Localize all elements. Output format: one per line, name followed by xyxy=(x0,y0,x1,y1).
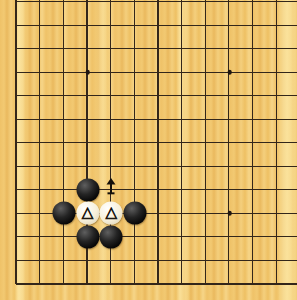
intersection-F11[interactable] xyxy=(122,37,146,61)
intersection-A3[interactable] xyxy=(4,225,28,249)
intersection-B4[interactable] xyxy=(28,201,52,225)
intersection-N2[interactable] xyxy=(288,248,297,272)
intersection-H2[interactable] xyxy=(170,248,194,272)
intersection-A1[interactable] xyxy=(4,272,28,296)
intersection-B12[interactable] xyxy=(28,13,52,37)
intersection-C11[interactable] xyxy=(51,37,75,61)
intersection-G1[interactable] xyxy=(146,272,170,296)
intersection-B7[interactable] xyxy=(28,131,52,155)
intersection-B13[interactable] xyxy=(28,0,52,13)
intersection-F3[interactable] xyxy=(122,225,146,249)
intersection-C2[interactable] xyxy=(51,248,75,272)
intersection-C1[interactable] xyxy=(51,272,75,296)
intersection-G5[interactable] xyxy=(146,178,170,202)
intersection-B3[interactable] xyxy=(28,225,52,249)
intersection-F2[interactable] xyxy=(122,248,146,272)
intersection-N11[interactable] xyxy=(288,37,297,61)
intersection-F1[interactable] xyxy=(122,272,146,296)
intersection-N9[interactable] xyxy=(288,84,297,108)
intersection-D11[interactable] xyxy=(75,37,99,61)
intersection-K13[interactable] xyxy=(217,0,241,13)
intersection-L9[interactable] xyxy=(241,84,265,108)
intersection-J11[interactable] xyxy=(193,37,217,61)
intersection-A5[interactable] xyxy=(4,178,28,202)
intersection-N3[interactable] xyxy=(288,225,297,249)
intersection-J10[interactable] xyxy=(193,60,217,84)
intersection-N4[interactable] xyxy=(288,201,297,225)
intersection-B5[interactable] xyxy=(28,178,52,202)
intersection-N6[interactable] xyxy=(288,154,297,178)
intersection-H13[interactable] xyxy=(170,0,194,13)
black-stone xyxy=(76,178,99,201)
intersection-E6[interactable] xyxy=(99,154,123,178)
intersection-D2[interactable] xyxy=(75,248,99,272)
intersection-B10[interactable] xyxy=(28,60,52,84)
intersection-B2[interactable] xyxy=(28,248,52,272)
intersection-K2[interactable] xyxy=(217,248,241,272)
intersection-A12[interactable] xyxy=(4,13,28,37)
intersection-L13[interactable] xyxy=(241,0,265,13)
intersection-H1[interactable] xyxy=(170,272,194,296)
intersection-J12[interactable] xyxy=(193,13,217,37)
intersection-B11[interactable] xyxy=(28,37,52,61)
intersection-L2[interactable] xyxy=(241,248,265,272)
intersection-G8[interactable] xyxy=(146,107,170,131)
intersection-J2[interactable] xyxy=(193,248,217,272)
intersection-B1[interactable] xyxy=(28,272,52,296)
intersection-G4[interactable] xyxy=(146,201,170,225)
intersection-C6[interactable] xyxy=(51,154,75,178)
intersection-J8[interactable] xyxy=(193,107,217,131)
white-stone: △ xyxy=(76,202,99,225)
intersection-M1[interactable] xyxy=(264,272,288,296)
intersection-L12[interactable] xyxy=(241,13,265,37)
star-point xyxy=(227,211,232,216)
intersection-L3[interactable] xyxy=(241,225,265,249)
intersection-A2[interactable] xyxy=(4,248,28,272)
intersection-H9[interactable] xyxy=(170,84,194,108)
intersection-J13[interactable] xyxy=(193,0,217,13)
intersection-J1[interactable] xyxy=(193,272,217,296)
intersection-N10[interactable] xyxy=(288,60,297,84)
intersection-J9[interactable] xyxy=(193,84,217,108)
intersection-K12[interactable] xyxy=(217,13,241,37)
intersection-C5[interactable] xyxy=(51,178,75,202)
intersection-L5[interactable] xyxy=(241,178,265,202)
intersection-L1[interactable] xyxy=(241,272,265,296)
intersection-A6[interactable] xyxy=(4,154,28,178)
intersection-C9[interactable] xyxy=(51,84,75,108)
intersection-J7[interactable] xyxy=(193,131,217,155)
intersection-G13[interactable] xyxy=(146,0,170,13)
intersection-E7[interactable] xyxy=(99,131,123,155)
intersection-D13[interactable] xyxy=(75,0,99,13)
intersection-D1[interactable] xyxy=(75,272,99,296)
intersection-M3[interactable] xyxy=(264,225,288,249)
star-point xyxy=(227,70,232,75)
intersection-K9[interactable] xyxy=(217,84,241,108)
intersection-A13[interactable] xyxy=(4,0,28,13)
intersection-A4[interactable] xyxy=(4,201,28,225)
intersection-K7[interactable] xyxy=(217,131,241,155)
intersection-C10[interactable] xyxy=(51,60,75,84)
intersection-B8[interactable] xyxy=(28,107,52,131)
intersection-H7[interactable] xyxy=(170,131,194,155)
intersection-F12[interactable] xyxy=(122,13,146,37)
intersection-G11[interactable] xyxy=(146,37,170,61)
intersection-K3[interactable] xyxy=(217,225,241,249)
intersection-E12[interactable] xyxy=(99,13,123,37)
intersection-H3[interactable] xyxy=(170,225,194,249)
intersection-N12[interactable] xyxy=(288,13,297,37)
intersection-M4[interactable] xyxy=(264,201,288,225)
intersection-J6[interactable] xyxy=(193,154,217,178)
intersection-E13[interactable] xyxy=(99,0,123,13)
intersection-L8[interactable] xyxy=(241,107,265,131)
intersection-F9[interactable] xyxy=(122,84,146,108)
intersection-N1[interactable] xyxy=(288,272,297,296)
intersection-M7[interactable] xyxy=(264,131,288,155)
intersection-F6[interactable] xyxy=(122,154,146,178)
intersection-A8[interactable] xyxy=(4,107,28,131)
intersection-M9[interactable] xyxy=(264,84,288,108)
board-grid xyxy=(4,0,297,295)
intersection-M11[interactable] xyxy=(264,37,288,61)
intersection-A7[interactable] xyxy=(4,131,28,155)
intersection-F5[interactable] xyxy=(122,178,146,202)
intersection-J4[interactable] xyxy=(193,201,217,225)
intersection-E10[interactable] xyxy=(99,60,123,84)
intersection-B9[interactable] xyxy=(28,84,52,108)
intersection-K6[interactable] xyxy=(217,154,241,178)
intersection-M2[interactable] xyxy=(264,248,288,272)
black-stone xyxy=(100,225,123,248)
intersection-H10[interactable] xyxy=(170,60,194,84)
intersection-N8[interactable] xyxy=(288,107,297,131)
intersection-D6[interactable] xyxy=(75,154,99,178)
intersection-D8[interactable] xyxy=(75,107,99,131)
intersection-G6[interactable] xyxy=(146,154,170,178)
intersection-G3[interactable] xyxy=(146,225,170,249)
intersection-F7[interactable] xyxy=(122,131,146,155)
arrow-up-marker xyxy=(105,178,117,200)
intersection-L7[interactable] xyxy=(241,131,265,155)
intersection-E2[interactable] xyxy=(99,248,123,272)
intersection-N5[interactable] xyxy=(288,178,297,202)
intersection-G10[interactable] xyxy=(146,60,170,84)
intersection-H12[interactable] xyxy=(170,13,194,37)
intersection-G9[interactable] xyxy=(146,84,170,108)
intersection-H11[interactable] xyxy=(170,37,194,61)
intersection-A10[interactable] xyxy=(4,60,28,84)
intersection-E9[interactable] xyxy=(99,84,123,108)
star-point xyxy=(85,70,90,75)
intersection-F13[interactable] xyxy=(122,0,146,13)
intersection-K8[interactable] xyxy=(217,107,241,131)
intersection-L11[interactable] xyxy=(241,37,265,61)
intersection-K1[interactable] xyxy=(217,272,241,296)
intersection-G7[interactable] xyxy=(146,131,170,155)
intersection-F8[interactable] xyxy=(122,107,146,131)
intersection-N13[interactable] xyxy=(288,0,297,13)
go-board: △△ xyxy=(0,0,297,300)
intersection-A11[interactable] xyxy=(4,37,28,61)
intersection-M10[interactable] xyxy=(264,60,288,84)
intersection-H6[interactable] xyxy=(170,154,194,178)
intersection-F10[interactable] xyxy=(122,60,146,84)
intersection-H5[interactable] xyxy=(170,178,194,202)
intersection-M8[interactable] xyxy=(264,107,288,131)
intersection-L4[interactable] xyxy=(241,201,265,225)
black-stone xyxy=(52,202,75,225)
intersection-C12[interactable] xyxy=(51,13,75,37)
intersection-E1[interactable] xyxy=(99,272,123,296)
triangle-marker: △ xyxy=(82,205,94,220)
intersection-G2[interactable] xyxy=(146,248,170,272)
intersection-N7[interactable] xyxy=(288,131,297,155)
intersection-C7[interactable] xyxy=(51,131,75,155)
black-stone xyxy=(123,202,146,225)
intersection-D9[interactable] xyxy=(75,84,99,108)
white-stone: △ xyxy=(100,202,123,225)
black-stone xyxy=(76,225,99,248)
intersection-C8[interactable] xyxy=(51,107,75,131)
intersection-B6[interactable] xyxy=(28,154,52,178)
intersection-M13[interactable] xyxy=(264,0,288,13)
triangle-marker: △ xyxy=(105,205,117,220)
intersection-M5[interactable] xyxy=(264,178,288,202)
intersection-D12[interactable] xyxy=(75,13,99,37)
intersection-A9[interactable] xyxy=(4,84,28,108)
intersection-D7[interactable] xyxy=(75,131,99,155)
intersection-M6[interactable] xyxy=(264,154,288,178)
intersection-E11[interactable] xyxy=(99,37,123,61)
intersection-K5[interactable] xyxy=(217,178,241,202)
intersection-L10[interactable] xyxy=(241,60,265,84)
intersection-C3[interactable] xyxy=(51,225,75,249)
intersection-H4[interactable] xyxy=(170,201,194,225)
intersection-M12[interactable] xyxy=(264,13,288,37)
intersection-H8[interactable] xyxy=(170,107,194,131)
intersection-J5[interactable] xyxy=(193,178,217,202)
intersection-C13[interactable] xyxy=(51,0,75,13)
intersection-G12[interactable] xyxy=(146,13,170,37)
intersection-K11[interactable] xyxy=(217,37,241,61)
intersection-J3[interactable] xyxy=(193,225,217,249)
intersection-L6[interactable] xyxy=(241,154,265,178)
intersection-E8[interactable] xyxy=(99,107,123,131)
